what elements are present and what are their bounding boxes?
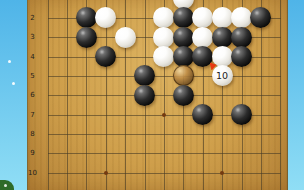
go-board[interactable]: 234567891010 <box>27 0 288 190</box>
grid-line-horizontal <box>48 134 282 135</box>
grass-tuft <box>0 180 14 190</box>
stone-white <box>231 7 252 28</box>
flower-dot <box>12 82 15 85</box>
flower-dot <box>8 60 11 63</box>
stone-white <box>95 7 116 28</box>
stone-white-last-move: 10 <box>212 65 233 86</box>
stone-white <box>115 27 136 48</box>
stone-white <box>153 27 174 48</box>
move-number-label: 10 <box>212 65 233 86</box>
ghost-stone <box>173 65 194 86</box>
row-label: 9 <box>28 148 37 158</box>
game-screen: 234567891010 <box>0 0 304 190</box>
stone-white <box>153 46 174 67</box>
stone-black <box>192 104 213 125</box>
row-label: 5 <box>28 71 37 81</box>
stone-white <box>212 7 233 28</box>
stone-black <box>231 46 252 67</box>
stone-black <box>231 27 252 48</box>
stone-black <box>134 65 155 86</box>
stone-black <box>76 7 97 28</box>
row-label: 6 <box>28 90 37 100</box>
stone-black <box>173 46 194 67</box>
row-label: 2 <box>28 13 37 23</box>
stone-white <box>192 27 213 48</box>
stone-black <box>134 85 155 106</box>
row-label: 4 <box>28 52 37 62</box>
star-point <box>162 113 166 117</box>
stone-black <box>95 46 116 67</box>
stone-black <box>76 27 97 48</box>
sky-left <box>0 0 27 190</box>
stone-white <box>153 7 174 28</box>
stone-black <box>173 27 194 48</box>
stone-black <box>173 85 194 106</box>
grass-flower-icon <box>4 184 7 187</box>
stone-black <box>173 7 194 28</box>
row-label: 10 <box>28 168 37 178</box>
stone-black <box>212 27 233 48</box>
stone-white <box>212 46 233 67</box>
star-point <box>104 171 108 175</box>
row-label: 7 <box>28 110 37 120</box>
sky-right <box>286 0 304 190</box>
row-label: 3 <box>28 32 37 42</box>
stone-black <box>250 7 271 28</box>
grid-line-horizontal <box>48 153 282 154</box>
grid-line-horizontal <box>48 173 282 174</box>
grid-line-horizontal <box>48 95 282 96</box>
stone-white <box>192 7 213 28</box>
grid-line-horizontal <box>48 76 282 77</box>
row-label: 8 <box>28 129 37 139</box>
star-point <box>220 171 224 175</box>
stone-black <box>231 104 252 125</box>
